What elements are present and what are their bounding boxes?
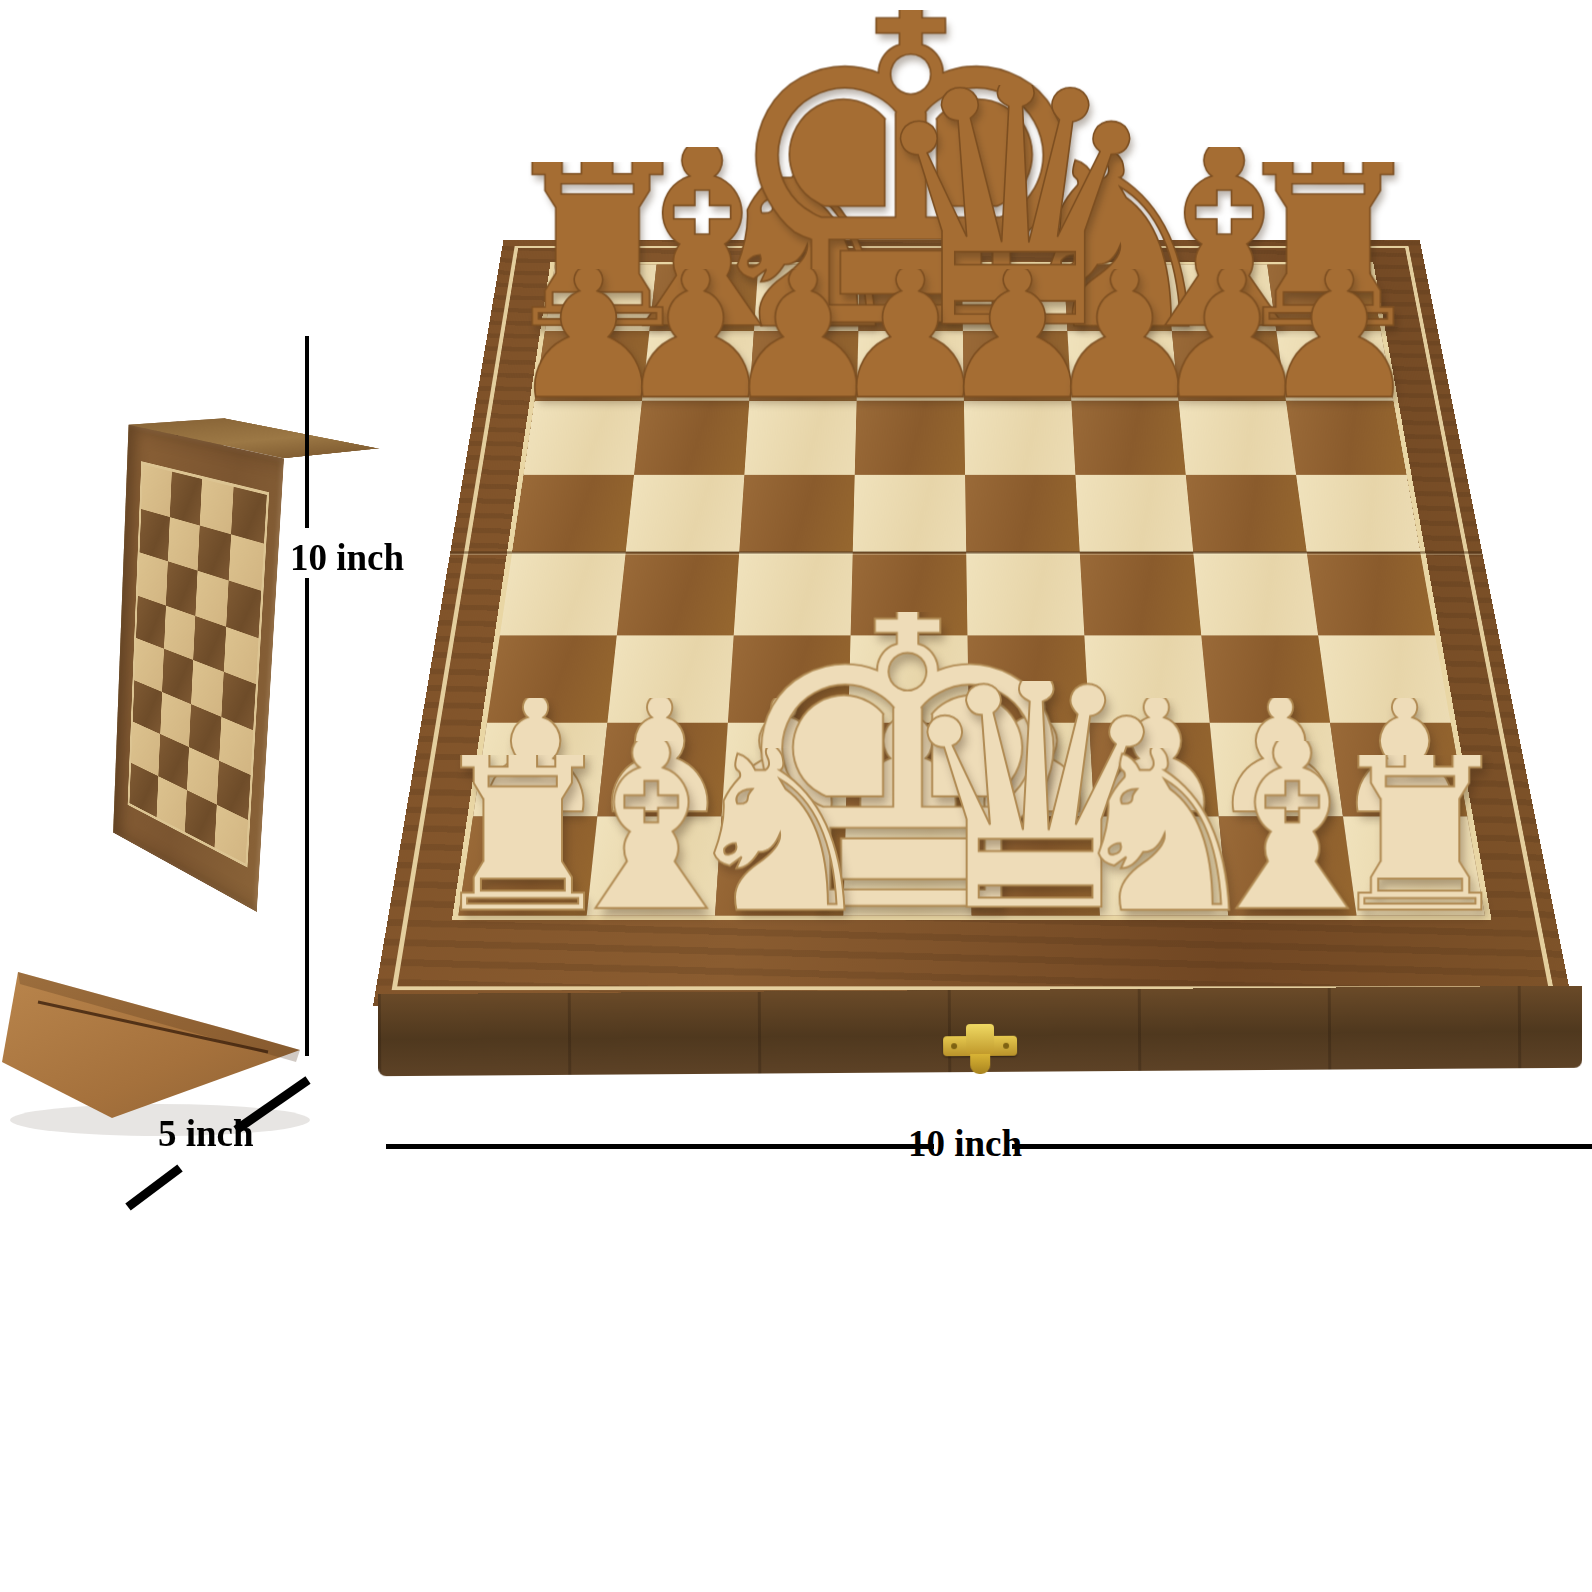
square-h4 — [1307, 552, 1435, 635]
product-photo: ♜♝♞♚♛♞♝♜♟♟♟♟♟♟♟♟♟♟♟♟♟♟♟♟♜♝♞♚♛♞♝♜ 10 inch… — [0, 0, 1592, 1592]
height-dimension-line — [305, 578, 309, 1056]
board-frame: ♜♝♞♚♛♞♝♜♟♟♟♟♟♟♟♟♟♟♟♟♟♟♟♟♜♝♞♚♛♞♝♜ — [373, 240, 1573, 1006]
width-dimension-line — [386, 1144, 934, 1149]
folded-board-square — [141, 465, 172, 517]
square-g4 — [1193, 552, 1318, 635]
width-dimension-line — [1012, 1144, 1592, 1149]
square-h6 — [1286, 401, 1406, 475]
square-b1: ♝ — [587, 816, 722, 915]
width-label: 10 inch — [908, 1122, 1022, 1165]
depth-label: 5 inch — [158, 1112, 254, 1155]
height-dimension-line — [305, 336, 309, 528]
square-g5 — [1186, 474, 1307, 552]
open-chess-board: ♜♝♞♚♛♞♝♜♟♟♟♟♟♟♟♟♟♟♟♟♟♟♟♟♜♝♞♚♛♞♝♜ — [368, 376, 1578, 1006]
square-h7: ♟ — [1276, 331, 1393, 401]
square-a6 — [524, 401, 642, 475]
square-d6 — [855, 401, 965, 475]
light-bishop: ♝ — [544, 741, 757, 912]
folded-box-front-face — [113, 425, 284, 912]
light-bishop: ♝ — [1185, 741, 1398, 912]
square-f6 — [1071, 401, 1185, 475]
square-c6 — [744, 401, 856, 475]
brass-latch — [943, 1024, 1017, 1077]
dark-pawn: ♟ — [1259, 269, 1420, 398]
board-front-edge — [378, 986, 1583, 1076]
square-a5 — [512, 474, 634, 552]
board-squares: ♜♝♞♚♛♞♝♜♟♟♟♟♟♟♟♟♟♟♟♟♟♟♟♟♜♝♞♚♛♞♝♜ — [452, 262, 1492, 920]
square-b6 — [634, 401, 749, 475]
height-label: 10 inch — [290, 536, 404, 579]
square-e6 — [964, 401, 1075, 475]
folded-box-checkerboard — [128, 461, 270, 867]
square-g6 — [1179, 401, 1296, 475]
square-g1: ♝ — [1219, 816, 1357, 915]
square-a4 — [500, 552, 626, 635]
square-h5 — [1296, 474, 1420, 552]
